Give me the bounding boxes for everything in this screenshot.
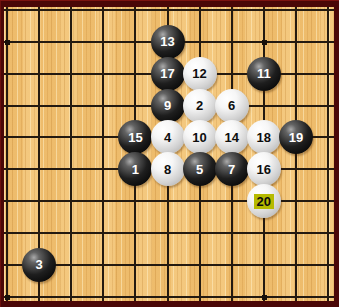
move-number: 18 — [257, 131, 271, 144]
stone-white-6[interactable]: 6 — [215, 89, 249, 123]
move-number: 5 — [196, 163, 203, 176]
grid-line-h — [4, 296, 334, 298]
move-number: 8 — [164, 163, 171, 176]
grid-line-v — [6, 7, 8, 301]
move-number: 3 — [35, 258, 42, 271]
move-number: 19 — [289, 131, 303, 144]
stone-white-20[interactable]: 20 — [247, 184, 281, 218]
move-number: 7 — [228, 163, 235, 176]
stone-black-3[interactable]: 3 — [22, 248, 56, 282]
grid-line-h — [4, 200, 334, 202]
move-number: 16 — [257, 163, 271, 176]
move-number: 2 — [196, 99, 203, 112]
stone-black-7[interactable]: 7 — [215, 152, 249, 186]
stone-black-9[interactable]: 9 — [151, 89, 185, 123]
stone-black-15[interactable]: 15 — [118, 120, 152, 154]
move-number: 15 — [128, 131, 142, 144]
stone-white-12[interactable]: 12 — [183, 57, 217, 91]
move-number: 1 — [132, 163, 139, 176]
stone-white-18[interactable]: 18 — [247, 120, 281, 154]
stone-black-11[interactable]: 11 — [247, 57, 281, 91]
goban-board[interactable]: 1317121192615410141819185716203 — [4, 7, 334, 301]
board-frame: 1317121192615410141819185716203 — [0, 0, 339, 307]
move-number: 12 — [192, 67, 206, 80]
move-number: 6 — [228, 99, 235, 112]
move-number: 10 — [192, 131, 206, 144]
stone-white-8[interactable]: 8 — [151, 152, 185, 186]
stone-white-16[interactable]: 16 — [247, 152, 281, 186]
stone-white-2[interactable]: 2 — [183, 89, 217, 123]
stone-black-17[interactable]: 17 — [151, 57, 185, 91]
star-point — [5, 295, 10, 300]
star-point — [262, 295, 267, 300]
move-number-last-move: 20 — [254, 194, 274, 209]
move-number: 14 — [224, 131, 238, 144]
grid-line-v — [102, 7, 104, 301]
move-number: 13 — [160, 35, 174, 48]
stone-black-13[interactable]: 13 — [151, 25, 185, 59]
move-number: 11 — [257, 67, 271, 80]
grid-line-v — [70, 7, 72, 301]
move-number: 4 — [164, 131, 171, 144]
stone-white-10[interactable]: 10 — [183, 120, 217, 154]
star-point — [5, 40, 10, 45]
grid-line-h — [4, 232, 334, 234]
stone-white-4[interactable]: 4 — [151, 120, 185, 154]
grid-line-h — [4, 9, 334, 11]
stone-black-19[interactable]: 19 — [279, 120, 313, 154]
star-point — [262, 40, 267, 45]
move-number: 9 — [164, 99, 171, 112]
stone-black-1[interactable]: 1 — [118, 152, 152, 186]
stone-white-14[interactable]: 14 — [215, 120, 249, 154]
move-number: 17 — [160, 67, 174, 80]
grid-line-v — [327, 7, 329, 301]
stone-black-5[interactable]: 5 — [183, 152, 217, 186]
